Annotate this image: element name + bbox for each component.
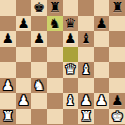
square-e8[interactable] bbox=[63, 0, 79, 16]
piece-white-queen[interactable]: ♛ bbox=[64, 63, 76, 77]
square-c2[interactable] bbox=[31, 93, 47, 109]
square-a5[interactable] bbox=[0, 47, 16, 63]
square-g7[interactable]: ♟ bbox=[94, 16, 110, 32]
piece-white-knight[interactable]: ♞ bbox=[33, 78, 45, 92]
square-b4[interactable] bbox=[16, 62, 32, 78]
square-b3[interactable] bbox=[16, 78, 32, 94]
square-c4[interactable] bbox=[31, 62, 47, 78]
square-d7[interactable]: ♞ bbox=[47, 16, 63, 32]
square-h1[interactable]: ♚ bbox=[109, 109, 125, 125]
square-c7[interactable] bbox=[31, 16, 47, 32]
piece-white-pawn[interactable]: ♟ bbox=[17, 94, 29, 108]
square-e6[interactable]: ♟ bbox=[63, 31, 79, 47]
piece-black-pawn[interactable]: ♟ bbox=[96, 16, 108, 30]
square-g8[interactable] bbox=[94, 0, 110, 16]
square-a6[interactable]: ♟ bbox=[0, 31, 16, 47]
square-f7[interactable] bbox=[78, 16, 94, 32]
square-c8[interactable]: ♚ bbox=[31, 0, 47, 16]
square-g1[interactable] bbox=[94, 109, 110, 125]
piece-white-rook[interactable]: ♜ bbox=[2, 109, 14, 123]
piece-white-pawn[interactable]: ♟ bbox=[2, 78, 14, 92]
square-b6[interactable] bbox=[16, 31, 32, 47]
square-g4[interactable] bbox=[94, 62, 110, 78]
square-f1[interactable]: ♜ bbox=[78, 109, 94, 125]
square-h2[interactable]: ♟ bbox=[109, 93, 125, 109]
square-h3[interactable] bbox=[109, 78, 125, 94]
square-c3[interactable]: ♞ bbox=[31, 78, 47, 94]
square-b1[interactable] bbox=[16, 109, 32, 125]
piece-white-king[interactable]: ♚ bbox=[111, 109, 123, 123]
piece-black-pawn[interactable]: ♟ bbox=[2, 32, 14, 46]
piece-white-bishop[interactable]: ♝ bbox=[80, 63, 92, 77]
square-f3[interactable] bbox=[78, 78, 94, 94]
square-c1[interactable] bbox=[31, 109, 47, 125]
square-h6[interactable] bbox=[109, 31, 125, 47]
piece-white-pawn[interactable]: ♟ bbox=[80, 94, 92, 108]
square-a8[interactable] bbox=[0, 0, 16, 16]
square-f2[interactable]: ♟ bbox=[78, 93, 94, 109]
chess-board: ♚♜♜♟♞♛♟♟♟♟♝♛♝♟♞♟♝♟♟♟♜♜♚ bbox=[0, 0, 125, 124]
square-e3[interactable] bbox=[63, 78, 79, 94]
piece-black-knight[interactable]: ♞ bbox=[49, 16, 61, 30]
piece-white-rook[interactable]: ♜ bbox=[80, 109, 92, 123]
square-c5[interactable] bbox=[31, 47, 47, 63]
square-g6[interactable] bbox=[94, 31, 110, 47]
square-a4[interactable] bbox=[0, 62, 16, 78]
square-e7[interactable]: ♛ bbox=[63, 16, 79, 32]
square-e1[interactable] bbox=[63, 109, 79, 125]
square-d1[interactable] bbox=[47, 109, 63, 125]
square-h5[interactable] bbox=[109, 47, 125, 63]
square-a3[interactable]: ♟ bbox=[0, 78, 16, 94]
piece-black-pawn[interactable]: ♟ bbox=[33, 32, 45, 46]
piece-white-pawn[interactable]: ♟ bbox=[96, 94, 108, 108]
square-b7[interactable]: ♟ bbox=[16, 16, 32, 32]
piece-black-rook[interactable]: ♜ bbox=[49, 1, 61, 15]
piece-black-pawn[interactable]: ♟ bbox=[17, 16, 29, 30]
piece-white-bishop[interactable]: ♝ bbox=[64, 94, 76, 108]
square-a1[interactable]: ♜ bbox=[0, 109, 16, 125]
square-a2[interactable] bbox=[0, 93, 16, 109]
square-b2[interactable]: ♟ bbox=[16, 93, 32, 109]
square-e2[interactable]: ♝ bbox=[63, 93, 79, 109]
square-h4[interactable] bbox=[109, 62, 125, 78]
square-b8[interactable] bbox=[16, 0, 32, 16]
square-c6[interactable]: ♟ bbox=[31, 31, 47, 47]
square-h8[interactable]: ♜ bbox=[109, 0, 125, 16]
square-g3[interactable] bbox=[94, 78, 110, 94]
piece-black-queen[interactable]: ♛ bbox=[64, 16, 76, 30]
square-d6[interactable] bbox=[47, 31, 63, 47]
square-e5[interactable] bbox=[63, 47, 79, 63]
square-e4[interactable]: ♛ bbox=[63, 62, 79, 78]
square-d8[interactable]: ♜ bbox=[47, 0, 63, 16]
square-g5[interactable] bbox=[94, 47, 110, 63]
piece-black-bishop[interactable]: ♝ bbox=[80, 32, 92, 46]
square-f8[interactable] bbox=[78, 0, 94, 16]
square-f6[interactable]: ♝ bbox=[78, 31, 94, 47]
piece-black-king[interactable]: ♚ bbox=[33, 1, 45, 15]
square-h7[interactable] bbox=[109, 16, 125, 32]
piece-black-rook[interactable]: ♜ bbox=[111, 1, 123, 15]
square-d5[interactable] bbox=[47, 47, 63, 63]
piece-black-pawn[interactable]: ♟ bbox=[64, 32, 76, 46]
piece-black-pawn[interactable]: ♟ bbox=[111, 94, 123, 108]
square-f5[interactable] bbox=[78, 47, 94, 63]
square-g2[interactable]: ♟ bbox=[94, 93, 110, 109]
square-d4[interactable] bbox=[47, 62, 63, 78]
square-b5[interactable] bbox=[16, 47, 32, 63]
square-f4[interactable]: ♝ bbox=[78, 62, 94, 78]
square-d3[interactable] bbox=[47, 78, 63, 94]
square-d2[interactable] bbox=[47, 93, 63, 109]
square-a7[interactable] bbox=[0, 16, 16, 32]
